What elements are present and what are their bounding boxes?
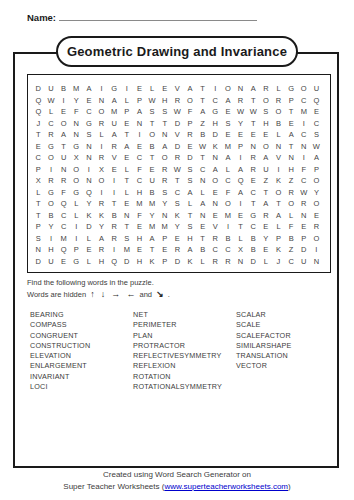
grid-cell-r4c23: C — [310, 118, 323, 130]
grid-cell-r5c4: N — [70, 129, 83, 141]
grid-cell-r6c5: N — [83, 141, 96, 153]
grid-cell-r6c10: B — [146, 141, 159, 153]
grid-cell-r10c4: G — [70, 187, 83, 199]
grid-cell-r9c7: I — [108, 175, 121, 187]
grid-cell-r12c4: L — [70, 210, 83, 222]
grid-cell-r6c11: A — [158, 141, 171, 153]
grid-cell-r10c7: I — [108, 187, 121, 199]
grid-cell-r10c6: I — [95, 187, 108, 199]
grid-cell-r12c13: T — [184, 210, 197, 222]
grid-cell-r3c22: M — [297, 106, 310, 118]
grid-cell-r11c6: R — [95, 198, 108, 210]
grid-cell-r2c19: O — [260, 95, 273, 107]
grid-cell-r5c16: E — [222, 129, 235, 141]
grid-cell-r6c3: T — [57, 141, 70, 153]
grid-cell-r15c15: C — [209, 244, 222, 256]
word-item: SCALEFACTOR — [236, 331, 292, 341]
grid-cell-r4c18: T — [247, 118, 260, 130]
grid-cell-r15c23: I — [310, 244, 323, 256]
grid-cell-r1c2: U — [45, 83, 58, 95]
word-item: BEARING — [30, 310, 133, 320]
grid-cell-r3c9: A — [133, 106, 146, 118]
grid-cell-r3c16: E — [222, 106, 235, 118]
grid-cell-r12c23: E — [310, 210, 323, 222]
grid-cell-r15c13: A — [184, 244, 197, 256]
grid-cell-r4c2: C — [45, 118, 58, 130]
grid-cell-r8c2: I — [45, 164, 58, 176]
word-item: COMPASS — [30, 320, 133, 330]
grid-cell-r4c15: H — [209, 118, 222, 130]
grid-cell-r6c8: A — [120, 141, 133, 153]
word-item: INVARIANT — [30, 372, 133, 382]
instructions-and-text: and — [140, 290, 153, 299]
grid-cell-r1c22: O — [297, 83, 310, 95]
grid-cell-r1c20: L — [272, 83, 285, 95]
grid-cell-r8c19: U — [260, 164, 273, 176]
grid-cell-r1c21: G — [285, 83, 298, 95]
worksheet-border-box: DUBMAIGIELEVATIONARLGOUQWIYENALPWHROTCAR… — [13, 52, 339, 468]
grid-cell-r3c13: F — [184, 106, 197, 118]
grid-cell-r10c14: L — [196, 187, 209, 199]
grid-cell-r6c13: E — [184, 141, 197, 153]
grid-cell-r15c7: I — [108, 244, 121, 256]
grid-cell-r3c2: L — [45, 106, 58, 118]
footer-line2-after-link: ) — [288, 482, 291, 491]
grid-cell-r14c5: L — [83, 233, 96, 245]
grid-cell-r12c17: E — [234, 210, 247, 222]
title-capsule: Geometric Drawing and Invariance — [56, 36, 298, 67]
grid-cell-r3c5: C — [83, 106, 96, 118]
grid-cell-r1c6: I — [95, 83, 108, 95]
footer: Created using Word Search Generator on S… — [0, 469, 354, 492]
grid-cell-r14c23: O — [310, 233, 323, 245]
grid-cell-r6c19: O — [260, 141, 273, 153]
grid-cell-r14c17: L — [234, 233, 247, 245]
grid-cell-r9c16: C — [222, 175, 235, 187]
grid-cell-r3c17: W — [234, 106, 247, 118]
word-item: CONSTRUCTION — [30, 341, 133, 351]
grid-cell-r11c8: E — [120, 198, 133, 210]
grid-cell-r7c21: N — [285, 152, 298, 164]
grid-cell-r7c13: D — [184, 152, 197, 164]
grid-cell-r12c20: A — [272, 210, 285, 222]
grid-cell-r8c9: F — [133, 164, 146, 176]
grid-cell-r6c1: E — [32, 141, 45, 153]
grid-cell-r16c8: D — [120, 256, 133, 268]
footer-link[interactable]: www.superteacherworksheets.com — [164, 482, 288, 491]
grid-cell-r4c11: T — [158, 118, 171, 130]
grid-cell-r9c8: T — [120, 175, 133, 187]
grid-cell-r9c19: Z — [260, 175, 273, 187]
grid-cell-r14c20: P — [272, 233, 285, 245]
grid-cell-r9c14: N — [196, 175, 209, 187]
grid-cell-r3c11: S — [158, 106, 171, 118]
grid-cell-r3c7: M — [108, 106, 121, 118]
grid-cell-r7c20: V — [272, 152, 285, 164]
grid-cell-r11c2: O — [45, 198, 58, 210]
arrow-up-icon: ↑ — [90, 289, 95, 299]
grid-cell-r1c1: D — [32, 83, 45, 95]
grid-cell-r11c23: O — [310, 198, 323, 210]
grid-cell-r14c15: R — [209, 233, 222, 245]
grid-cell-r8c10: E — [146, 164, 159, 176]
grid-cell-r1c18: A — [247, 83, 260, 95]
grid-cell-r5c15: D — [209, 129, 222, 141]
grid-cell-r10c5: Q — [83, 187, 96, 199]
grid-cell-r10c16: F — [222, 187, 235, 199]
grid-cell-r1c16: O — [222, 83, 235, 95]
grid-cell-r6c16: M — [222, 141, 235, 153]
word-item: ROTATIONALSYMMETRY — [133, 382, 236, 392]
grid-cell-r4c10: T — [146, 118, 159, 130]
word-item: TRANSLATION — [236, 351, 292, 361]
grid-cell-r11c15: N — [209, 198, 222, 210]
instructions-line2: Words are hidden ↑ ↓ → ← and ↘ . — [27, 289, 170, 301]
grid-cell-r8c4: O — [70, 164, 83, 176]
grid-cell-r3c18: W — [247, 106, 260, 118]
grid-cell-r13c4: I — [70, 221, 83, 233]
grid-cell-r7c23: A — [310, 152, 323, 164]
grid-cell-r5c22: C — [297, 129, 310, 141]
grid-cell-r14c12: E — [171, 233, 184, 245]
grid-cell-r10c18: C — [247, 187, 260, 199]
grid-cell-r12c6: K — [95, 210, 108, 222]
grid-cell-r11c13: L — [184, 198, 197, 210]
grid-cell-r2c11: H — [158, 95, 171, 107]
instructions-period: . — [168, 290, 170, 299]
grid-cell-r7c5: N — [83, 152, 96, 164]
grid-cell-r8c16: L — [222, 164, 235, 176]
grid-cell-r16c17: N — [234, 256, 247, 268]
name-blank-line[interactable] — [59, 11, 257, 21]
grid-cell-r6c2: G — [45, 141, 58, 153]
grid-cell-r14c3: M — [57, 233, 70, 245]
grid-cell-r4c3: O — [57, 118, 70, 130]
grid-cell-r5c2: R — [45, 129, 58, 141]
grid-cell-r6c6: I — [95, 141, 108, 153]
grid-cell-r2c23: Q — [310, 95, 323, 107]
grid-cell-r9c13: S — [184, 175, 197, 187]
grid-cell-r7c11: O — [158, 152, 171, 164]
grid-cell-r15c11: E — [158, 244, 171, 256]
grid-cell-r15c8: M — [120, 244, 133, 256]
grid-cell-r4c14: Z — [196, 118, 209, 130]
arrow-left-icon: ← — [126, 289, 135, 299]
grid-cell-r7c6: R — [95, 152, 108, 164]
grid-cell-r12c10: Y — [146, 210, 159, 222]
grid-cell-r13c22: E — [297, 221, 310, 233]
grid-cell-r8c1: P — [32, 164, 45, 176]
grid-cell-r15c9: E — [133, 244, 146, 256]
grid-cell-r10c15: E — [209, 187, 222, 199]
grid-cell-r9c10: U — [146, 175, 159, 187]
grid-cell-r4c7: U — [108, 118, 121, 130]
grid-cell-r6c4: G — [70, 141, 83, 153]
grid-cell-r16c5: L — [83, 256, 96, 268]
grid-cell-r4c22: I — [297, 118, 310, 130]
grid-cell-r14c22: P — [297, 233, 310, 245]
grid-cell-r5c11: N — [158, 129, 171, 141]
grid-cell-r9c5: N — [83, 175, 96, 187]
grid-cell-r1c17: N — [234, 83, 247, 95]
grid-cell-r1c14: T — [196, 83, 209, 95]
grid-cell-r10c17: A — [234, 187, 247, 199]
grid-cell-r12c14: N — [196, 210, 209, 222]
grid-cell-r15c5: E — [83, 244, 96, 256]
grid-cell-r1c4: M — [70, 83, 83, 95]
grid-cell-r2c7: A — [108, 95, 121, 107]
grid-cell-r10c9: H — [133, 187, 146, 199]
grid-cell-r14c14: T — [196, 233, 209, 245]
grid-cell-r13c15: V — [209, 221, 222, 233]
grid-cell-r13c1: P — [32, 221, 45, 233]
grid-cell-r2c12: R — [171, 95, 184, 107]
grid-cell-r1c9: E — [133, 83, 146, 95]
grid-cell-r12c15: E — [209, 210, 222, 222]
grid-cell-r5c1: T — [32, 129, 45, 141]
grid-cell-r7c3: U — [57, 152, 70, 164]
grid-cell-r1c12: V — [171, 83, 184, 95]
grid-cell-r16c10: K — [146, 256, 159, 268]
grid-cell-r14c19: Y — [260, 233, 273, 245]
grid-cell-r5c6: L — [95, 129, 108, 141]
grid-cell-r12c21: L — [285, 210, 298, 222]
grid-cell-r5c7: A — [108, 129, 121, 141]
grid-cell-r1c13: A — [184, 83, 197, 95]
grid-cell-r6c15: K — [209, 141, 222, 153]
grid-cell-r7c12: R — [171, 152, 184, 164]
grid-cell-r9c6: O — [95, 175, 108, 187]
grid-cell-r3c1: Q — [32, 106, 45, 118]
grid-cell-r12c7: B — [108, 210, 121, 222]
grid-cell-r7c10: T — [146, 152, 159, 164]
instructions: Find the following words in the puzzle. … — [27, 278, 170, 300]
grid-cell-r9c17: Q — [234, 175, 247, 187]
grid-cell-r16c20: J — [272, 256, 285, 268]
grid-cell-r12c2: B — [45, 210, 58, 222]
grid-cell-r6c22: N — [297, 141, 310, 153]
grid-cell-r16c19: L — [260, 256, 273, 268]
grid-cell-r13c6: Y — [95, 221, 108, 233]
grid-cell-r8c15: A — [209, 164, 222, 176]
grid-cell-r5c20: L — [272, 129, 285, 141]
grid-cell-r2c5: E — [83, 95, 96, 107]
name-row: Name: — [27, 11, 257, 23]
grid-cell-r6c21: T — [285, 141, 298, 153]
grid-cell-r9c18: E — [247, 175, 260, 187]
word-item: SCALE — [236, 320, 292, 330]
grid-cell-r9c23: O — [310, 175, 323, 187]
grid-cell-r13c18: C — [247, 221, 260, 233]
grid-cell-r14c6: A — [95, 233, 108, 245]
grid-cell-r2c4: Y — [70, 95, 83, 107]
grid-cell-r5c5: S — [83, 129, 96, 141]
instructions-line1: Find the following words in the puzzle. — [27, 278, 170, 289]
grid-cell-r14c9: H — [133, 233, 146, 245]
grid-cell-r13c8: T — [120, 221, 133, 233]
grid-cell-r16c12: D — [171, 256, 184, 268]
grid-cell-r8c22: F — [297, 164, 310, 176]
grid-cell-r3c21: T — [285, 106, 298, 118]
arrow-right-icon: → — [111, 289, 120, 299]
grid-cell-r16c3: E — [57, 256, 70, 268]
grid-cell-r16c14: L — [196, 256, 209, 268]
word-item: PLAN — [133, 331, 236, 341]
grid-cell-r8c7: E — [108, 164, 121, 176]
grid-cell-r12c8: N — [120, 210, 133, 222]
grid-cell-r10c11: S — [158, 187, 171, 199]
word-item: SIMILARSHAPE — [236, 341, 292, 351]
grid-cell-r11c11: Y — [158, 198, 171, 210]
grid-cell-r7c4: X — [70, 152, 83, 164]
grid-cell-r3c23: E — [310, 106, 323, 118]
grid-cell-r15c4: P — [70, 244, 83, 256]
grid-cell-r2c20: R — [272, 95, 285, 107]
grid-cell-r14c7: R — [108, 233, 121, 245]
word-list: BEARINGCOMPASSCONGRUENTCONSTRUCTIONELEVA… — [30, 310, 292, 392]
arrow-down-right-icon: ↘ — [156, 289, 164, 299]
grid-cell-r16c16: R — [222, 256, 235, 268]
grid-cell-r9c4: O — [70, 175, 83, 187]
grid-cell-r15c19: E — [260, 244, 273, 256]
grid-cell-r10c12: C — [171, 187, 184, 199]
grid-cell-r14c13: H — [184, 233, 197, 245]
grid-cell-r8c21: H — [285, 164, 298, 176]
grid-cell-r15c16: C — [222, 244, 235, 256]
grid-cell-r5c18: E — [247, 129, 260, 141]
grid-cell-r8c14: C — [196, 164, 209, 176]
grid-cell-r15c3: Q — [57, 244, 70, 256]
grid-cell-r9c22: C — [297, 175, 310, 187]
grid-cell-r1c10: L — [146, 83, 159, 95]
grid-cell-r13c16: I — [222, 221, 235, 233]
grid-cell-r11c7: T — [108, 198, 121, 210]
grid-cell-r7c18: R — [247, 152, 260, 164]
grid-cell-r2c3: I — [57, 95, 70, 107]
grid-cell-r14c11: P — [158, 233, 171, 245]
grid-cell-r3c20: O — [272, 106, 285, 118]
grid-cell-r15c22: D — [297, 244, 310, 256]
grid-cell-r2c8: L — [120, 95, 133, 107]
grid-cell-r6c17: P — [234, 141, 247, 153]
grid-cell-r8c17: A — [234, 164, 247, 176]
grid-cell-r13c19: E — [260, 221, 273, 233]
grid-cell-r3c6: O — [95, 106, 108, 118]
word-list-column-3: SCALARSCALESCALEFACTORSIMILARSHAPETRANSL… — [236, 310, 292, 392]
grid-cell-r4c5: G — [83, 118, 96, 130]
grid-cell-r14c8: S — [120, 233, 133, 245]
grid-cell-r9c12: T — [171, 175, 184, 187]
grid-cell-r9c2: R — [45, 175, 58, 187]
grid-cell-r7c16: A — [222, 152, 235, 164]
grid-cell-r3c4: F — [70, 106, 83, 118]
grid-cell-r13c2: Y — [45, 221, 58, 233]
grid-cell-r7c22: I — [297, 152, 310, 164]
grid-cell-r14c1: S — [32, 233, 45, 245]
grid-cell-r5c19: E — [260, 129, 273, 141]
grid-cell-r1c8: I — [120, 83, 133, 95]
grid-cell-r11c22: R — [297, 198, 310, 210]
grid-cell-r15c10: T — [146, 244, 159, 256]
grid-cell-r13c13: S — [184, 221, 197, 233]
grid-cell-r13c23: R — [310, 221, 323, 233]
grid-cell-r11c21: O — [285, 198, 298, 210]
grid-cell-r11c16: O — [222, 198, 235, 210]
grid-cell-r6c7: R — [108, 141, 121, 153]
grid-cell-r7c2: O — [45, 152, 58, 164]
grid-cell-r8c18: R — [247, 164, 260, 176]
grid-cell-r4c19: H — [260, 118, 273, 130]
grid-cell-r15c6: R — [95, 244, 108, 256]
grid-cell-r5c21: A — [285, 129, 298, 141]
grid-cell-r4c8: E — [120, 118, 133, 130]
grid-cell-r9c9: C — [133, 175, 146, 187]
grid-cell-r4c1: J — [32, 118, 45, 130]
grid-cell-r16c2: U — [45, 256, 58, 268]
grid-cell-r5c17: E — [234, 129, 247, 141]
grid-cell-r7c9: C — [133, 152, 146, 164]
grid-cell-r1c5: A — [83, 83, 96, 95]
grid-cell-r8c13: S — [184, 164, 197, 176]
grid-cell-r10c13: A — [184, 187, 197, 199]
grid-cell-r11c17: I — [234, 198, 247, 210]
grid-cell-r3c10: S — [146, 106, 159, 118]
word-item: ELEVATION — [30, 351, 133, 361]
grid-cell-r15c20: K — [272, 244, 285, 256]
word-item: LOCI — [30, 382, 133, 392]
grid-cell-r9c15: O — [209, 175, 222, 187]
grid-cell-r14c4: I — [70, 233, 83, 245]
grid-cell-r13c21: F — [285, 221, 298, 233]
grid-cell-r16c13: K — [184, 256, 197, 268]
word-item: CONGRUENT — [30, 331, 133, 341]
grid-cell-r16c9: H — [133, 256, 146, 268]
grid-cell-r5c23: S — [310, 129, 323, 141]
grid-cell-r5c12: V — [171, 129, 184, 141]
grid-cell-r7c17: I — [234, 152, 247, 164]
grid-cell-r9c11: R — [158, 175, 171, 187]
grid-cell-r5c3: A — [57, 129, 70, 141]
grid-cell-r16c11: P — [158, 256, 171, 268]
grid-cell-r10c10: B — [146, 187, 159, 199]
grid-cell-r2c1: Q — [32, 95, 45, 107]
grid-cell-r1c15: I — [209, 83, 222, 95]
grid-cell-r7c14: T — [196, 152, 209, 164]
grid-cell-r4c9: N — [133, 118, 146, 130]
word-item: REFLEXION — [133, 361, 236, 371]
page-title: Geometric Drawing and Invariance — [67, 44, 287, 59]
grid-cell-r7c15: N — [209, 152, 222, 164]
grid-cell-r2c6: N — [95, 95, 108, 107]
grid-cell-r10c23: Y — [310, 187, 323, 199]
word-search-grid: DUBMAIGIELEVATIONARLGOUQWIYENALPWHROTCAR… — [28, 75, 330, 267]
grid-cell-r10c2: G — [45, 187, 58, 199]
grid-cell-r10c21: R — [285, 187, 298, 199]
grid-cell-r11c9: M — [133, 198, 146, 210]
grid-cell-r14c16: B — [222, 233, 235, 245]
grid-cell-r14c21: B — [285, 233, 298, 245]
name-label: Name: — [27, 12, 56, 23]
grid-cell-r7c1: C — [32, 152, 45, 164]
grid-cell-r7c19: A — [260, 152, 273, 164]
grid-cell-r12c12: K — [171, 210, 184, 222]
grid-cell-r13c20: L — [272, 221, 285, 233]
grid-cell-r5c9: I — [133, 129, 146, 141]
grid-cell-r2c14: T — [196, 95, 209, 107]
grid-cell-r5c14: B — [196, 129, 209, 141]
grid-cell-r12c3: C — [57, 210, 70, 222]
grid-cell-r16c18: D — [247, 256, 260, 268]
